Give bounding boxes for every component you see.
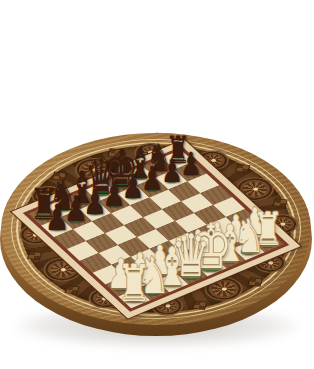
piece-white-rook[interactable]: ♜ <box>117 259 151 310</box>
pieces-layer: ♜♞♝♛♚♝♞♜♟♟♟♟♟♟♟♟♟♟♟♟♟♟♟♟♜♞♝♛♚♝♞♜ <box>0 0 314 369</box>
piece-black-pawn[interactable]: ♟ <box>45 200 70 236</box>
piece-black-pawn[interactable]: ♟ <box>141 163 164 196</box>
piece-black-pawn[interactable]: ♟ <box>160 155 182 188</box>
chessboard-photo: ♜♞♝♛♚♝♞♜♟♟♟♟♟♟♟♟♟♟♟♟♟♟♟♟♜♞♝♛♚♝♞♜ <box>0 0 314 369</box>
